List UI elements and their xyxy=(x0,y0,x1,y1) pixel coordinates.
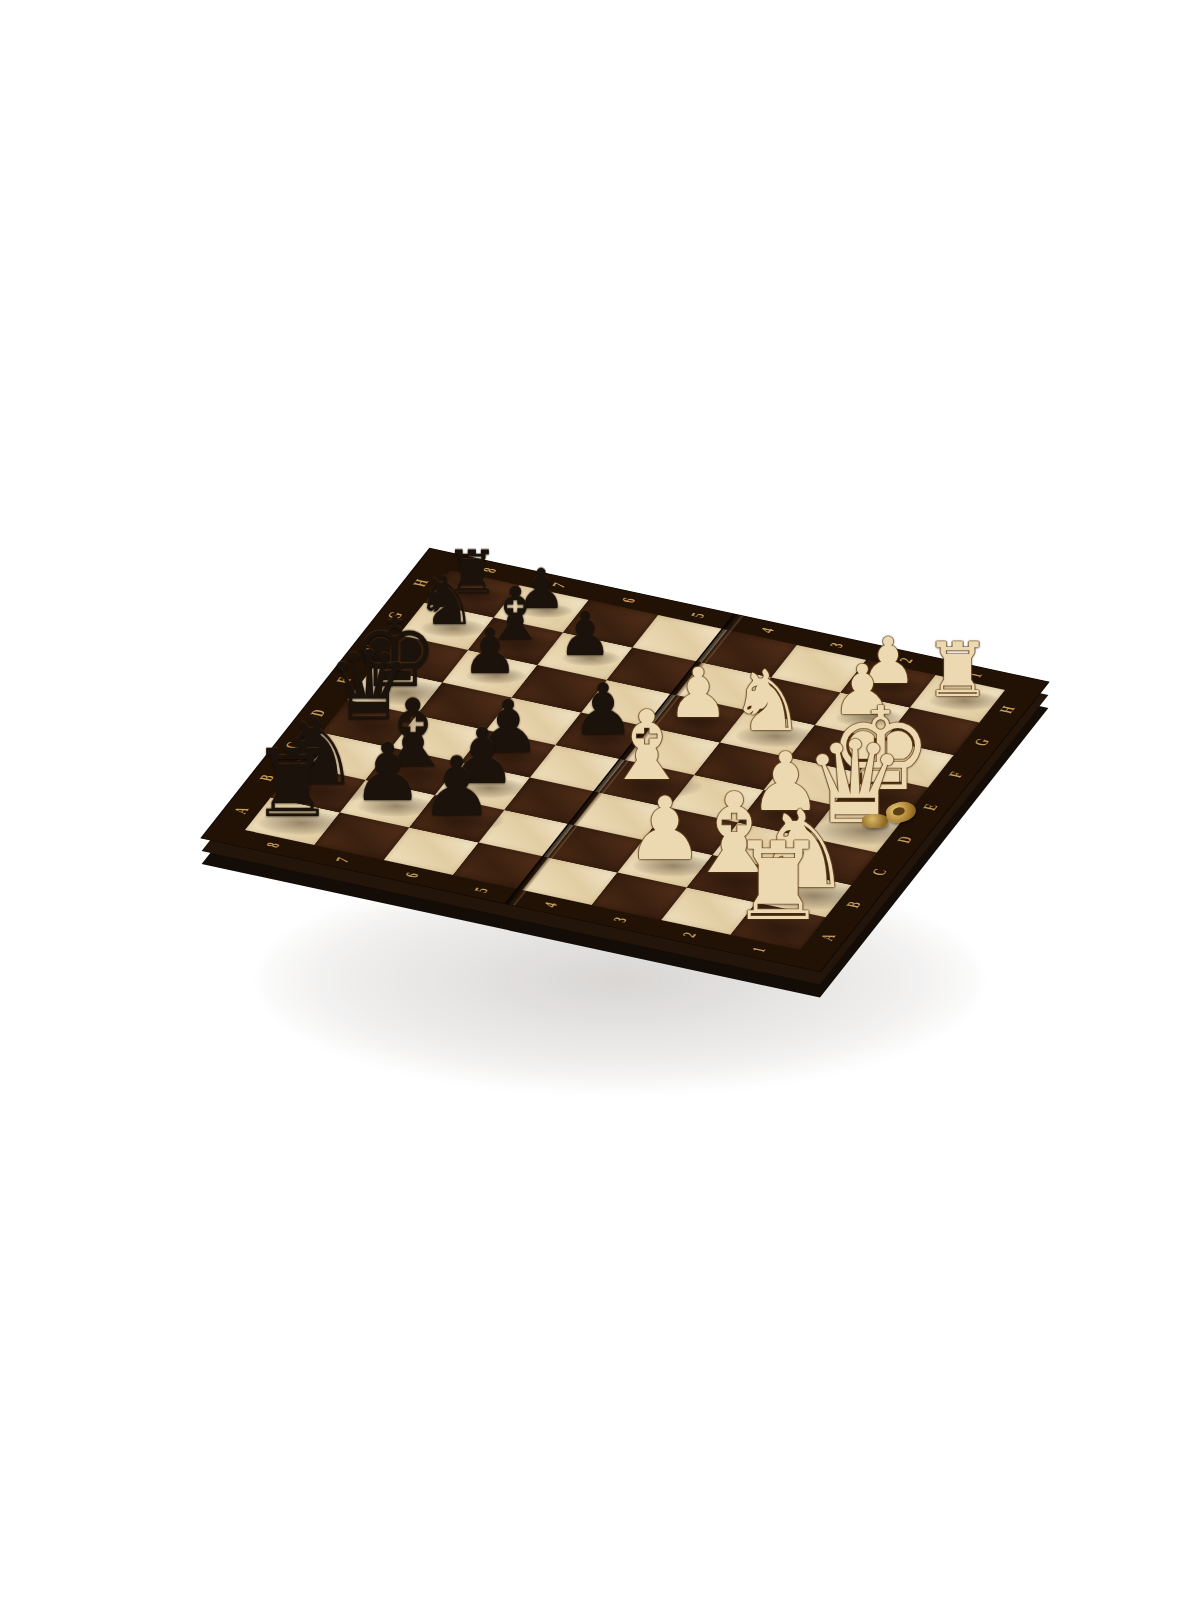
file-label-bottom-h: H xyxy=(995,704,1020,715)
file-label-bottom-g: G xyxy=(970,737,995,748)
file-label-bottom-f: F xyxy=(945,770,969,780)
black-pawn-g6[interactable]: ♟ xyxy=(558,604,613,665)
rank-label-left-3: 3 xyxy=(609,915,632,924)
black-rook-a8[interactable]: ♜ xyxy=(251,738,334,831)
rank-label-left-5: 5 xyxy=(470,886,493,895)
black-pawn-b6[interactable]: ♟ xyxy=(420,746,494,828)
rank-label-left-2: 2 xyxy=(678,930,701,939)
brass-clasp[interactable] xyxy=(862,800,920,834)
black-pawn-b7[interactable]: ♟ xyxy=(352,733,424,813)
rank-label-left-1: 1 xyxy=(748,945,771,954)
clasp-plate xyxy=(862,814,888,828)
white-rook-h1[interactable]: ♜ xyxy=(924,633,991,708)
rank-label-left-8: 8 xyxy=(262,841,285,850)
rank-label-left-4: 4 xyxy=(540,900,563,909)
black-pawn-f7[interactable]: ♟ xyxy=(462,619,518,682)
rank-label-right-5: 5 xyxy=(687,611,710,620)
white-knight-f3[interactable]: ♞ xyxy=(730,659,805,743)
file-label-bottom-c: C xyxy=(868,867,893,877)
product-photo-scene: ABCDEFGHABCDEFGH8765432187654321 ♜♟♞♝♟♟♟… xyxy=(0,0,1200,1600)
rank-label-left-7: 7 xyxy=(332,856,355,865)
rank-label-right-3: 3 xyxy=(826,641,849,650)
rank-label-left-6: 6 xyxy=(401,871,424,880)
white-rook-a1[interactable]: ♜ xyxy=(730,828,827,936)
rank-label-right-4: 4 xyxy=(756,626,779,635)
clasp-hook xyxy=(884,799,918,825)
rank-label-right-6: 6 xyxy=(618,596,641,605)
